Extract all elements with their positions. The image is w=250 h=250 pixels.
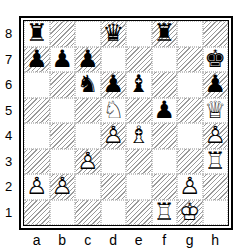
piece-black-pawn: ♟ <box>51 47 73 72</box>
square-e8[interactable] <box>126 21 152 47</box>
file-label-b: b <box>50 231 76 249</box>
square-e2[interactable] <box>126 174 152 200</box>
rank-label-8: 8 <box>0 21 17 47</box>
square-d4[interactable]: ♟♙ <box>101 123 127 149</box>
file-label-a: a <box>24 231 50 249</box>
piece-white-pawn: ♟♙ <box>102 123 124 148</box>
square-h5[interactable]: ♛♕ <box>203 98 229 124</box>
square-h4[interactable]: ♟♙ <box>203 123 229 149</box>
piece-black-pawn: ♟ <box>26 47 48 72</box>
square-d1[interactable] <box>101 200 127 226</box>
rank-label-1: 1 <box>0 200 17 226</box>
square-b1[interactable] <box>50 200 76 226</box>
file-label-h: h <box>203 231 229 249</box>
piece-black-bishop: ♝ <box>128 72 150 97</box>
square-h3[interactable]: ♜♖ <box>203 149 229 175</box>
square-c1[interactable] <box>75 200 101 226</box>
rank-label-5: 5 <box>0 98 17 124</box>
piece-black-pawn: ♟ <box>153 98 175 123</box>
square-f1[interactable]: ♜♖ <box>152 200 178 226</box>
piece-white-pawn: ♟♙ <box>179 174 201 199</box>
file-label-f: f <box>152 231 178 249</box>
square-e7[interactable] <box>126 47 152 73</box>
square-f3[interactable] <box>152 149 178 175</box>
square-g1[interactable]: ♚♔ <box>177 200 203 226</box>
square-d8[interactable]: ♛ <box>101 21 127 47</box>
square-a2[interactable]: ♟♙ <box>24 174 50 200</box>
square-c2[interactable] <box>75 174 101 200</box>
chess-board: ♜♛♜♟♟♟♚♞♟♝♟♞♘♟♛♕♟♙♝♗♟♙♟♙♜♖♟♙♟♙♟♙♜♖♚♔ <box>19 16 233 230</box>
board-grid: ♜♛♜♟♟♟♚♞♟♝♟♞♘♟♛♕♟♙♝♗♟♙♟♙♜♖♟♙♟♙♟♙♜♖♚♔ <box>24 21 228 225</box>
square-b5[interactable] <box>50 98 76 124</box>
board-inner-frame: ♜♛♜♟♟♟♚♞♟♝♟♞♘♟♛♕♟♙♝♗♟♙♟♙♜♖♟♙♟♙♟♙♜♖♚♔ <box>23 20 229 226</box>
square-g3[interactable] <box>177 149 203 175</box>
piece-white-rook: ♜♖ <box>204 149 226 174</box>
piece-white-rook: ♜♖ <box>153 200 175 225</box>
square-g7[interactable] <box>177 47 203 73</box>
piece-white-pawn: ♟♙ <box>77 149 99 174</box>
square-h6[interactable]: ♟ <box>203 72 229 98</box>
square-h2[interactable] <box>203 174 229 200</box>
piece-black-pawn: ♟ <box>102 72 124 97</box>
square-f6[interactable] <box>152 72 178 98</box>
square-h8[interactable] <box>203 21 229 47</box>
square-b2[interactable]: ♟♙ <box>50 174 76 200</box>
file-label-d: d <box>101 231 127 249</box>
square-f5[interactable]: ♟ <box>152 98 178 124</box>
piece-white-pawn: ♟♙ <box>51 174 73 199</box>
square-a7[interactable]: ♟ <box>24 47 50 73</box>
square-c8[interactable] <box>75 21 101 47</box>
square-b6[interactable] <box>50 72 76 98</box>
square-f7[interactable] <box>152 47 178 73</box>
square-g8[interactable] <box>177 21 203 47</box>
square-g4[interactable] <box>177 123 203 149</box>
square-c4[interactable] <box>75 123 101 149</box>
square-h7[interactable]: ♚ <box>203 47 229 73</box>
rank-label-3: 3 <box>0 149 17 175</box>
piece-white-king: ♚♔ <box>179 200 201 225</box>
square-f2[interactable] <box>152 174 178 200</box>
piece-black-pawn: ♟ <box>204 72 226 97</box>
rank-label-6: 6 <box>0 72 17 98</box>
chess-diagram: 87654321 ♜♛♜♟♟♟♚♞♟♝♟♞♘♟♛♕♟♙♝♗♟♙♟♙♜♖♟♙♟♙♟… <box>0 0 250 250</box>
square-e6[interactable]: ♝ <box>126 72 152 98</box>
rank-label-2: 2 <box>0 174 17 200</box>
piece-black-pawn: ♟ <box>77 47 99 72</box>
square-h1[interactable] <box>203 200 229 226</box>
square-b8[interactable] <box>50 21 76 47</box>
square-a6[interactable] <box>24 72 50 98</box>
piece-white-queen: ♛♕ <box>204 98 226 123</box>
square-c7[interactable]: ♟ <box>75 47 101 73</box>
piece-black-rook: ♜ <box>153 21 175 46</box>
square-e3[interactable] <box>126 149 152 175</box>
square-d2[interactable] <box>101 174 127 200</box>
piece-white-bishop: ♝♗ <box>128 123 150 148</box>
file-labels: abcdefgh <box>24 231 228 249</box>
piece-black-queen: ♛ <box>102 21 124 46</box>
square-d5[interactable]: ♞♘ <box>101 98 127 124</box>
square-f4[interactable] <box>152 123 178 149</box>
square-e1[interactable] <box>126 200 152 226</box>
piece-white-pawn: ♟♙ <box>26 174 48 199</box>
square-e5[interactable] <box>126 98 152 124</box>
square-d6[interactable]: ♟ <box>101 72 127 98</box>
piece-white-knight: ♞♘ <box>102 98 124 123</box>
square-g5[interactable] <box>177 98 203 124</box>
square-c5[interactable] <box>75 98 101 124</box>
square-b4[interactable] <box>50 123 76 149</box>
square-d7[interactable] <box>101 47 127 73</box>
piece-black-king: ♚ <box>204 47 226 72</box>
square-b3[interactable] <box>50 149 76 175</box>
square-g2[interactable]: ♟♙ <box>177 174 203 200</box>
square-e4[interactable]: ♝♗ <box>126 123 152 149</box>
piece-white-pawn: ♟♙ <box>204 123 226 148</box>
rank-labels: 87654321 <box>0 21 17 225</box>
square-a5[interactable] <box>24 98 50 124</box>
file-label-g: g <box>177 231 203 249</box>
square-d3[interactable] <box>101 149 127 175</box>
square-g6[interactable] <box>177 72 203 98</box>
piece-black-rook: ♜ <box>26 21 48 46</box>
piece-black-knight: ♞ <box>77 72 99 97</box>
square-a3[interactable] <box>24 149 50 175</box>
square-f8[interactable]: ♜ <box>152 21 178 47</box>
rank-label-4: 4 <box>0 123 17 149</box>
file-label-e: e <box>126 231 152 249</box>
square-b7[interactable]: ♟ <box>50 47 76 73</box>
square-a1[interactable] <box>24 200 50 226</box>
square-a4[interactable] <box>24 123 50 149</box>
file-label-c: c <box>75 231 101 249</box>
square-a8[interactable]: ♜ <box>24 21 50 47</box>
square-c6[interactable]: ♞ <box>75 72 101 98</box>
square-c3[interactable]: ♟♙ <box>75 149 101 175</box>
rank-label-7: 7 <box>0 47 17 73</box>
